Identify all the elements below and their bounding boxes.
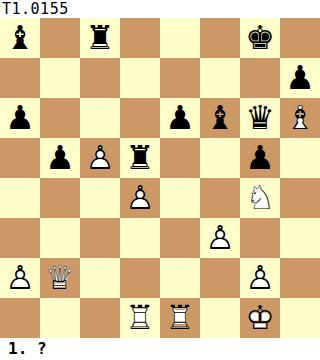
square-e5[interactable] <box>160 138 200 178</box>
piece-outline: ♙ <box>200 218 240 258</box>
square-b7[interactable] <box>40 58 80 98</box>
piece-black-king: ♚ <box>240 18 280 58</box>
square-f3[interactable]: ♟♙ <box>200 218 240 258</box>
piece-white-rook: ♜♖ <box>160 298 200 338</box>
square-c5[interactable]: ♟♙ <box>80 138 120 178</box>
move-prompt: 1. ? <box>0 338 320 360</box>
piece-white-pawn: ♟♙ <box>120 178 160 218</box>
square-d6[interactable] <box>120 98 160 138</box>
square-h2[interactable] <box>280 258 320 298</box>
square-h5[interactable] <box>280 138 320 178</box>
piece-outline: ♙ <box>240 258 280 298</box>
square-f8[interactable] <box>200 18 240 58</box>
chess-diagram: T1.0155 ♝♜♚♟♟♟♝♛♝♗♟♟♙♜♟♟♙♞♘♟♙♟♙♛♕♟♙♜♖♜♖♚… <box>0 0 320 360</box>
square-g8[interactable]: ♚ <box>240 18 280 58</box>
square-c6[interactable] <box>80 98 120 138</box>
square-b3[interactable] <box>40 218 80 258</box>
square-d7[interactable] <box>120 58 160 98</box>
square-h3[interactable] <box>280 218 320 258</box>
chess-board: ♝♜♚♟♟♟♝♛♝♗♟♟♙♜♟♟♙♞♘♟♙♟♙♛♕♟♙♜♖♜♖♚♔ <box>0 18 320 338</box>
piece-outline: ♖ <box>120 298 160 338</box>
piece-black-rook: ♜ <box>120 138 160 178</box>
square-h1[interactable] <box>280 298 320 338</box>
square-h4[interactable] <box>280 178 320 218</box>
piece-white-queen: ♛♕ <box>40 258 80 298</box>
square-g1[interactable]: ♚♔ <box>240 298 280 338</box>
square-d1[interactable]: ♜♖ <box>120 298 160 338</box>
square-b1[interactable] <box>40 298 80 338</box>
square-c2[interactable] <box>80 258 120 298</box>
square-g6[interactable]: ♛ <box>240 98 280 138</box>
piece-white-king: ♚♔ <box>240 298 280 338</box>
square-h7[interactable]: ♟ <box>280 58 320 98</box>
square-g4[interactable]: ♞♘ <box>240 178 280 218</box>
square-e7[interactable] <box>160 58 200 98</box>
square-b4[interactable] <box>40 178 80 218</box>
piece-black-pawn: ♟ <box>0 98 40 138</box>
square-g2[interactable]: ♟♙ <box>240 258 280 298</box>
piece-outline: ♕ <box>40 258 80 298</box>
square-h6[interactable]: ♝♗ <box>280 98 320 138</box>
square-c7[interactable] <box>80 58 120 98</box>
square-d3[interactable] <box>120 218 160 258</box>
square-f5[interactable] <box>200 138 240 178</box>
square-g7[interactable] <box>240 58 280 98</box>
square-e3[interactable] <box>160 218 200 258</box>
piece-black-bishop: ♝ <box>0 18 40 58</box>
square-c3[interactable] <box>80 218 120 258</box>
square-a3[interactable] <box>0 218 40 258</box>
piece-white-pawn: ♟♙ <box>240 258 280 298</box>
square-c1[interactable] <box>80 298 120 338</box>
square-a7[interactable] <box>0 58 40 98</box>
piece-outline: ♙ <box>0 258 40 298</box>
square-a4[interactable] <box>0 178 40 218</box>
piece-white-knight: ♞♘ <box>240 178 280 218</box>
piece-black-queen: ♛ <box>240 98 280 138</box>
piece-outline: ♖ <box>160 298 200 338</box>
piece-outline: ♙ <box>120 178 160 218</box>
square-d4[interactable]: ♟♙ <box>120 178 160 218</box>
square-a5[interactable] <box>0 138 40 178</box>
square-b8[interactable] <box>40 18 80 58</box>
square-c4[interactable] <box>80 178 120 218</box>
diagram-title: T1.0155 <box>0 0 320 18</box>
square-f1[interactable] <box>200 298 240 338</box>
square-b6[interactable] <box>40 98 80 138</box>
square-d5[interactable]: ♜ <box>120 138 160 178</box>
square-d2[interactable] <box>120 258 160 298</box>
square-f7[interactable] <box>200 58 240 98</box>
square-e1[interactable]: ♜♖ <box>160 298 200 338</box>
piece-white-rook: ♜♖ <box>120 298 160 338</box>
square-a2[interactable]: ♟♙ <box>0 258 40 298</box>
piece-black-bishop: ♝ <box>200 98 240 138</box>
square-a6[interactable]: ♟ <box>0 98 40 138</box>
square-f4[interactable] <box>200 178 240 218</box>
square-g3[interactable] <box>240 218 280 258</box>
piece-outline: ♔ <box>240 298 280 338</box>
square-b5[interactable]: ♟ <box>40 138 80 178</box>
piece-outline: ♙ <box>80 138 120 178</box>
square-h8[interactable] <box>280 18 320 58</box>
piece-white-pawn: ♟♙ <box>80 138 120 178</box>
piece-black-pawn: ♟ <box>280 58 320 98</box>
square-b2[interactable]: ♛♕ <box>40 258 80 298</box>
square-e4[interactable] <box>160 178 200 218</box>
piece-black-pawn: ♟ <box>160 98 200 138</box>
piece-white-bishop: ♝♗ <box>280 98 320 138</box>
square-a8[interactable]: ♝ <box>0 18 40 58</box>
piece-white-pawn: ♟♙ <box>0 258 40 298</box>
square-d8[interactable] <box>120 18 160 58</box>
square-f6[interactable]: ♝ <box>200 98 240 138</box>
piece-black-pawn: ♟ <box>240 138 280 178</box>
square-e2[interactable] <box>160 258 200 298</box>
square-e6[interactable]: ♟ <box>160 98 200 138</box>
square-a1[interactable] <box>0 298 40 338</box>
piece-outline: ♗ <box>280 98 320 138</box>
square-g5[interactable]: ♟ <box>240 138 280 178</box>
piece-black-rook: ♜ <box>80 18 120 58</box>
piece-black-pawn: ♟ <box>40 138 80 178</box>
piece-outline: ♘ <box>240 178 280 218</box>
square-e8[interactable] <box>160 18 200 58</box>
piece-white-pawn: ♟♙ <box>200 218 240 258</box>
square-f2[interactable] <box>200 258 240 298</box>
square-c8[interactable]: ♜ <box>80 18 120 58</box>
